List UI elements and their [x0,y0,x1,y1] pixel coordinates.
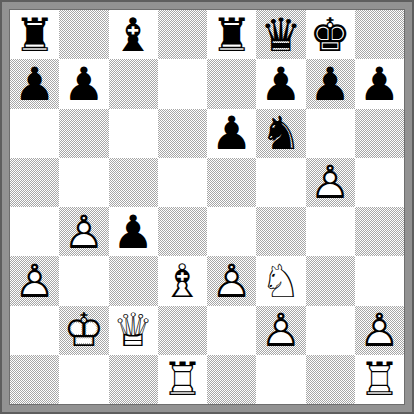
square-d7[interactable] [158,59,207,108]
square-c5[interactable] [109,158,158,207]
square-h5[interactable] [355,158,404,207]
white-rook-outline-glyph: ♖ [158,355,207,404]
piece-black-knight: ♞ [256,109,305,158]
square-d2[interactable] [158,306,207,355]
square-e6[interactable]: ♟ [207,109,256,158]
square-f6[interactable]: ♞ [256,109,305,158]
square-g6[interactable] [306,109,355,158]
square-d3[interactable]: ♝♗ [158,256,207,305]
piece-black-pawn: ♟ [109,207,158,256]
piece-white-queen: ♛♕ [109,306,158,355]
white-pawn-outline-glyph: ♙ [306,158,355,207]
piece-white-bishop: ♝♗ [158,256,207,305]
square-g5[interactable]: ♟♙ [306,158,355,207]
square-g2[interactable] [306,306,355,355]
square-c7[interactable] [109,59,158,108]
square-c2[interactable]: ♛♕ [109,306,158,355]
piece-black-pawn: ♟ [207,109,256,158]
piece-white-king: ♚♔ [59,306,108,355]
square-f3[interactable]: ♞♘ [256,256,305,305]
white-bishop-outline-glyph: ♗ [158,256,207,305]
piece-white-rook: ♜♖ [355,355,404,404]
square-f5[interactable] [256,158,305,207]
square-d1[interactable]: ♜♖ [158,355,207,404]
square-d8[interactable] [158,10,207,59]
square-a3[interactable]: ♟♙ [10,256,59,305]
piece-black-bishop: ♝ [109,10,158,59]
square-g7[interactable]: ♟ [306,59,355,108]
black-pawn-glyph: ♟ [207,109,256,158]
piece-white-pawn: ♟♙ [207,256,256,305]
white-pawn-outline-glyph: ♙ [207,256,256,305]
square-h2[interactable]: ♟♙ [355,306,404,355]
piece-black-pawn: ♟ [59,59,108,108]
piece-white-pawn: ♟♙ [306,158,355,207]
white-pawn-outline-glyph: ♙ [355,306,404,355]
square-b7[interactable]: ♟ [59,59,108,108]
piece-black-pawn: ♟ [256,59,305,108]
piece-white-pawn: ♟♙ [59,207,108,256]
white-pawn-outline-glyph: ♙ [256,306,305,355]
square-c4[interactable]: ♟ [109,207,158,256]
black-queen-glyph: ♛ [256,10,305,59]
black-pawn-glyph: ♟ [355,59,404,108]
black-bishop-glyph: ♝ [109,10,158,59]
black-pawn-glyph: ♟ [10,59,59,108]
square-g8[interactable]: ♚ [306,10,355,59]
square-e3[interactable]: ♟♙ [207,256,256,305]
square-b1[interactable] [59,355,108,404]
square-h3[interactable] [355,256,404,305]
square-e2[interactable] [207,306,256,355]
piece-black-pawn: ♟ [306,59,355,108]
black-rook-glyph: ♜ [10,10,59,59]
black-pawn-glyph: ♟ [59,59,108,108]
piece-white-pawn: ♟♙ [355,306,404,355]
piece-black-rook: ♜ [207,10,256,59]
square-h1[interactable]: ♜♖ [355,355,404,404]
square-a2[interactable] [10,306,59,355]
square-g4[interactable] [306,207,355,256]
square-a5[interactable] [10,158,59,207]
square-a8[interactable]: ♜ [10,10,59,59]
square-a7[interactable]: ♟ [10,59,59,108]
square-a4[interactable] [10,207,59,256]
square-h6[interactable] [355,109,404,158]
square-c8[interactable]: ♝ [109,10,158,59]
square-b5[interactable] [59,158,108,207]
square-f2[interactable]: ♟♙ [256,306,305,355]
black-king-glyph: ♚ [306,10,355,59]
square-g1[interactable] [306,355,355,404]
square-e1[interactable] [207,355,256,404]
piece-black-rook: ♜ [10,10,59,59]
square-b4[interactable]: ♟♙ [59,207,108,256]
white-queen-outline-glyph: ♕ [109,306,158,355]
square-e5[interactable] [207,158,256,207]
square-c1[interactable] [109,355,158,404]
square-b2[interactable]: ♚♔ [59,306,108,355]
square-e4[interactable] [207,207,256,256]
square-e7[interactable] [207,59,256,108]
square-b3[interactable] [59,256,108,305]
black-knight-glyph: ♞ [256,109,305,158]
piece-black-king: ♚ [306,10,355,59]
square-f8[interactable]: ♛ [256,10,305,59]
square-h7[interactable]: ♟ [355,59,404,108]
square-f1[interactable] [256,355,305,404]
black-rook-glyph: ♜ [207,10,256,59]
square-g3[interactable] [306,256,355,305]
white-king-outline-glyph: ♔ [59,306,108,355]
square-d6[interactable] [158,109,207,158]
square-a6[interactable] [10,109,59,158]
square-h4[interactable] [355,207,404,256]
black-pawn-glyph: ♟ [109,207,158,256]
white-knight-outline-glyph: ♘ [256,256,305,305]
square-c3[interactable] [109,256,158,305]
white-pawn-outline-glyph: ♙ [59,207,108,256]
piece-white-knight: ♞♘ [256,256,305,305]
chess-board-frame: ♜♝♜♛♚♟♟♟♟♟♟♞♟♙♟♙♟♟♙♝♗♟♙♞♘♚♔♛♕♟♙♟♙♜♖♜♖ [0,0,414,414]
piece-black-pawn: ♟ [10,59,59,108]
square-d4[interactable] [158,207,207,256]
square-b6[interactable] [59,109,108,158]
white-pawn-outline-glyph: ♙ [10,256,59,305]
square-f4[interactable] [256,207,305,256]
piece-white-rook: ♜♖ [158,355,207,404]
square-d5[interactable] [158,158,207,207]
square-a1[interactable] [10,355,59,404]
square-c6[interactable] [109,109,158,158]
chess-board: ♜♝♜♛♚♟♟♟♟♟♟♞♟♙♟♙♟♟♙♝♗♟♙♞♘♚♔♛♕♟♙♟♙♜♖♜♖ [9,9,405,405]
square-f7[interactable]: ♟ [256,59,305,108]
piece-white-pawn: ♟♙ [256,306,305,355]
piece-black-pawn: ♟ [355,59,404,108]
white-rook-outline-glyph: ♖ [355,355,404,404]
piece-white-pawn: ♟♙ [10,256,59,305]
square-b8[interactable] [59,10,108,59]
black-pawn-glyph: ♟ [306,59,355,108]
piece-black-queen: ♛ [256,10,305,59]
black-pawn-glyph: ♟ [256,59,305,108]
square-e8[interactable]: ♜ [207,10,256,59]
square-h8[interactable] [355,10,404,59]
